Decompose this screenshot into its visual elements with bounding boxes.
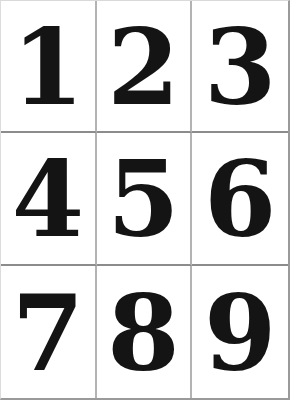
number-cell-7: 7 bbox=[1, 266, 97, 398]
number-cell-4: 4 bbox=[1, 133, 97, 265]
number-cell-5: 5 bbox=[97, 133, 193, 265]
number-cell-1: 1 bbox=[1, 1, 97, 133]
number-cell-2: 2 bbox=[97, 1, 193, 133]
number-cell-6: 6 bbox=[192, 133, 288, 265]
number-cell-8: 8 bbox=[97, 266, 193, 398]
number-cell-3: 3 bbox=[192, 1, 288, 133]
number-grid-board: 1 2 3 4 5 6 7 8 9 bbox=[0, 0, 290, 400]
number-cell-9: 9 bbox=[192, 266, 288, 398]
